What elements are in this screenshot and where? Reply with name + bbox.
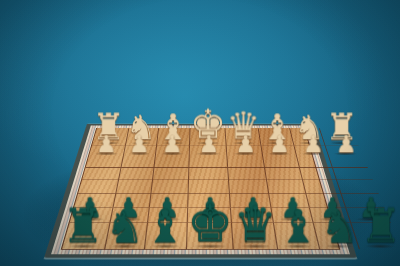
playing-field-grid: ♜♞♝♚♛♝♞♜♟♟♟♟♟♟♟♟♟♟♟♟♟♟♟♟♜♞♝♚♛♝♞♜ xyxy=(61,128,341,250)
board-cell xyxy=(297,156,333,168)
board-cell xyxy=(189,168,229,180)
board-cell: ♟ xyxy=(326,145,363,156)
photo-scene: ♜♞♝♚♛♝♞♜♟♟♟♟♟♟♟♟♟♟♟♟♟♟♟♟♜♞♝♚♛♝♞♜ xyxy=(0,0,400,266)
board-cell: ♟ xyxy=(294,145,329,156)
piece-green-rook-rukh: ♜ xyxy=(360,202,400,249)
board-cell xyxy=(82,168,121,180)
piece-green-bishop-alfil: ♝ xyxy=(145,204,186,250)
piece-light-pawn: ♟ xyxy=(234,132,255,156)
piece-green-bishop-alfil: ♝ xyxy=(278,204,319,250)
board-cell: ♚ xyxy=(187,222,234,249)
piece-green-rook-rukh: ♜ xyxy=(62,202,104,249)
board-cell: ♜ xyxy=(62,222,110,249)
piece-light-pawn: ♟ xyxy=(162,132,183,156)
piece-light-pawn: ♟ xyxy=(269,132,290,156)
piece-green-queen-ferz: ♛ xyxy=(234,201,277,249)
piece-light-pawn: ♟ xyxy=(198,132,219,156)
board-cell xyxy=(154,156,189,168)
board-cell xyxy=(229,168,268,180)
board-cell xyxy=(263,156,300,168)
board-cell xyxy=(189,156,228,168)
board-cell xyxy=(153,168,189,180)
board-cell: ♛ xyxy=(232,222,278,249)
board-cell xyxy=(86,156,124,168)
board-cell xyxy=(228,156,265,168)
piece-green-knight: ♞ xyxy=(105,206,144,249)
board-cell xyxy=(300,168,337,180)
board-edge: ♜♞♝♚♛♝♞♜♟♟♟♟♟♟♟♟♟♟♟♟♟♟♟♟♜♞♝♚♛♝♞♜ xyxy=(44,124,357,258)
piece-green-knight: ♞ xyxy=(321,206,360,249)
board-cell: ♟ xyxy=(227,145,263,156)
board-cell: ♟ xyxy=(124,145,157,156)
board-cell xyxy=(333,168,373,180)
board-cell: ♟ xyxy=(190,145,228,156)
board-cell: ♞ xyxy=(314,222,361,249)
board-cell xyxy=(329,156,368,168)
piece-light-pawn: ♟ xyxy=(336,132,357,156)
piece-green-king: ♚ xyxy=(187,198,233,249)
board-cell xyxy=(121,156,156,168)
piece-light-pawn: ♟ xyxy=(302,132,323,156)
board-cell: ♟ xyxy=(262,145,298,156)
piece-light-pawn: ♟ xyxy=(129,132,150,156)
board-cell xyxy=(119,168,155,180)
board-cell: ♞ xyxy=(105,222,148,249)
piece-light-pawn: ♟ xyxy=(95,132,116,156)
board-cell: ♟ xyxy=(89,145,126,156)
board-cell: ♟ xyxy=(156,145,190,156)
board-cell: ♝ xyxy=(274,222,320,249)
board-cell xyxy=(265,168,303,180)
shatranj-board: ♜♞♝♚♛♝♞♜♟♟♟♟♟♟♟♟♟♟♟♟♟♟♟♟♜♞♝♚♛♝♞♜ xyxy=(44,124,357,258)
decorative-trim-border: ♜♞♝♚♛♝♞♜♟♟♟♟♟♟♟♟♟♟♟♟♟♟♟♟♜♞♝♚♛♝♞♜ xyxy=(51,125,350,254)
board-cell: ♝ xyxy=(145,222,188,249)
